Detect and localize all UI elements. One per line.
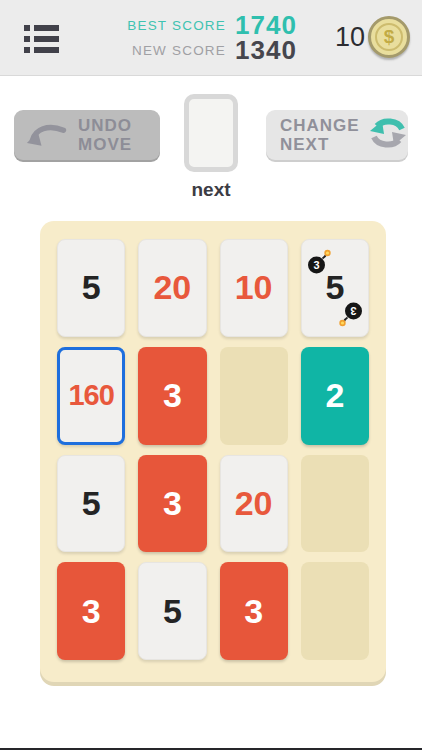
menu-bar xyxy=(34,47,59,53)
card-r3c2[interactable]: 3 xyxy=(220,562,288,660)
card-value: 3 xyxy=(244,592,263,631)
card-r0c1[interactable]: 20 xyxy=(138,239,206,337)
coin-balance[interactable]: 10 $ xyxy=(335,16,410,58)
change-label-line2: NEXT xyxy=(280,135,360,154)
best-score-label: BEST SCORE xyxy=(108,18,226,33)
card-r1c0-selected[interactable]: 160 xyxy=(57,347,125,445)
new-score-value: 1340 xyxy=(235,35,297,66)
undo-arrow-icon xyxy=(26,118,68,152)
card-r2c0[interactable]: 5 xyxy=(57,455,125,553)
new-score-label: NEW SCORE xyxy=(108,43,226,58)
card-r0c2[interactable]: 10 xyxy=(220,239,288,337)
app-screen: BEST SCORE 1740 NEW SCORE 1340 10 $ UNDO… xyxy=(0,0,422,750)
card-value: 5 xyxy=(82,268,101,307)
next-card xyxy=(184,94,238,172)
undo-label-line2: MOVE xyxy=(78,135,132,154)
card-r3c1[interactable]: 5 xyxy=(138,562,206,660)
card-value: 3 xyxy=(163,484,182,523)
card-value: 5 xyxy=(82,484,101,523)
card-value: 3 xyxy=(163,376,182,415)
score-panel: BEST SCORE 1740 NEW SCORE 1340 xyxy=(108,13,297,63)
bomb-count: 3 xyxy=(313,259,319,271)
menu-dot xyxy=(24,36,30,42)
menu-dot xyxy=(24,25,30,31)
coin-icon: $ xyxy=(368,16,410,58)
menu-bar xyxy=(34,25,59,31)
card-r2c1[interactable]: 3 xyxy=(138,455,206,553)
card-value: 10 xyxy=(235,268,273,307)
change-next-button[interactable]: CHANGE NEXT xyxy=(266,110,408,160)
undo-move-button[interactable]: UNDO MOVE xyxy=(14,110,160,160)
bomb-count: 3 xyxy=(350,305,356,317)
empty-slot-r3c3 xyxy=(301,562,369,660)
menu-bar xyxy=(34,36,59,42)
card-value: 160 xyxy=(68,379,113,412)
empty-slot-r2c3 xyxy=(301,455,369,553)
undo-label-line1: UNDO xyxy=(78,116,132,135)
card-r1c3[interactable]: 2 xyxy=(301,347,369,445)
card-value: 20 xyxy=(153,268,191,307)
card-r0c3-bomb[interactable]: 3 5 3 xyxy=(301,239,369,337)
card-r3c0[interactable]: 3 xyxy=(57,562,125,660)
next-card-label: next xyxy=(184,179,238,201)
empty-slot-r1c2 xyxy=(220,347,288,445)
menu-list-icon[interactable] xyxy=(24,25,60,53)
coin-count: 10 xyxy=(335,22,365,53)
bomb-icon: 3 xyxy=(306,244,332,270)
card-r0c0[interactable]: 5 xyxy=(57,239,125,337)
card-value: 5 xyxy=(163,592,182,631)
card-r1c1[interactable]: 3 xyxy=(138,347,206,445)
card-value: 20 xyxy=(235,484,273,523)
swap-arrows-icon xyxy=(368,115,408,155)
bomb-icon: 3 xyxy=(338,306,364,332)
card-value: 3 xyxy=(82,592,101,631)
card-r2c2[interactable]: 20 xyxy=(220,455,288,553)
menu-dot xyxy=(24,47,30,53)
dollar-symbol: $ xyxy=(375,23,403,51)
header-bar: BEST SCORE 1740 NEW SCORE 1340 10 $ xyxy=(0,0,422,76)
card-value: 2 xyxy=(325,376,344,415)
game-board[interactable]: 5 20 10 3 5 3 xyxy=(40,221,386,682)
next-card-area: next xyxy=(184,94,238,201)
change-label-line1: CHANGE xyxy=(280,116,360,135)
new-score-row: NEW SCORE 1340 xyxy=(108,38,297,63)
